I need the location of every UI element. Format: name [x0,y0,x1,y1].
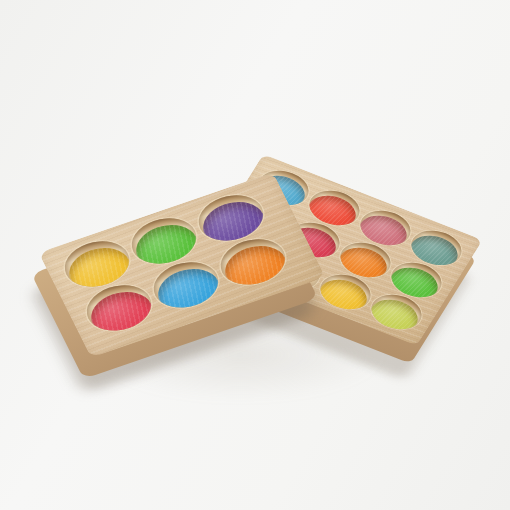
disc-red[interactable] [83,285,160,339]
product-photo-scene [0,0,510,510]
disc-orange[interactable] [217,239,294,293]
disc-blue[interactable] [150,262,227,316]
